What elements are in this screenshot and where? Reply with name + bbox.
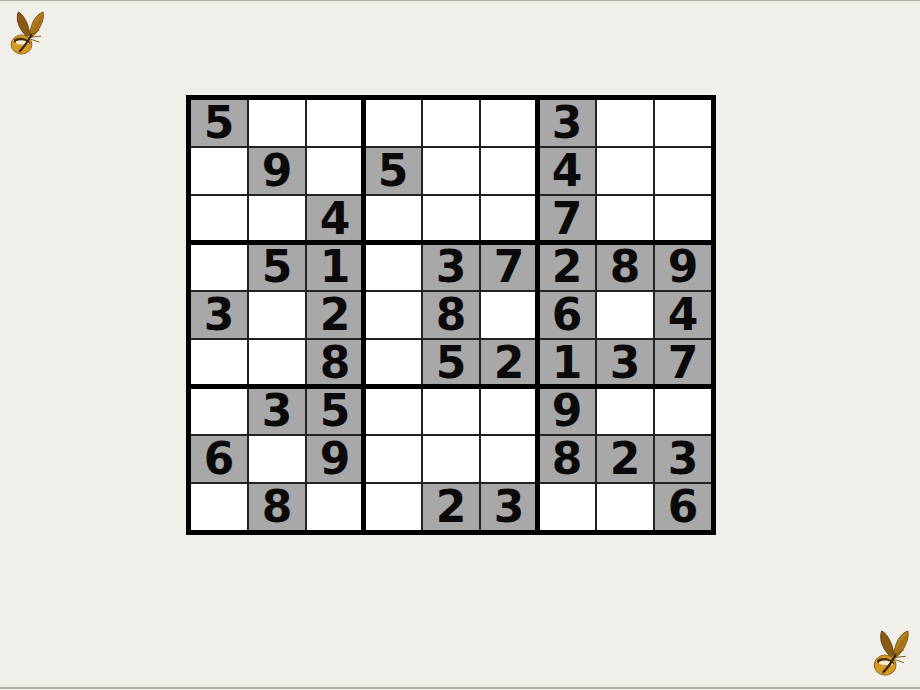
- cell-r9c1[interactable]: [191, 484, 247, 530]
- slide-top-edge: [0, 0, 920, 1]
- cell-r8c4[interactable]: [365, 436, 421, 482]
- cell-r1c2[interactable]: [249, 100, 305, 146]
- cell-r3c8[interactable]: [597, 196, 653, 242]
- cell-r4c9[interactable]: 9: [655, 244, 711, 290]
- cell-r1c9[interactable]: [655, 100, 711, 146]
- block-separator-vertical-1: [361, 100, 366, 530]
- cell-r9c4[interactable]: [365, 484, 421, 530]
- cell-r7c1[interactable]: [191, 388, 247, 434]
- cell-r8c3[interactable]: 9: [307, 436, 363, 482]
- cell-r4c3[interactable]: 1: [307, 244, 363, 290]
- butterfly-icon-bottom-right: [872, 626, 914, 678]
- cell-r3c5[interactable]: [423, 196, 479, 242]
- cell-r8c2[interactable]: [249, 436, 305, 482]
- cell-r6c7[interactable]: 1: [539, 340, 595, 386]
- sudoku-board-grid: 5395447513728932864852137359698238236: [191, 100, 711, 530]
- cell-r2c6[interactable]: [481, 148, 537, 194]
- cell-r7c2[interactable]: 3: [249, 388, 305, 434]
- cell-r1c5[interactable]: [423, 100, 479, 146]
- cell-r2c9[interactable]: [655, 148, 711, 194]
- cell-r2c8[interactable]: [597, 148, 653, 194]
- cell-r7c5[interactable]: [423, 388, 479, 434]
- cell-r7c3[interactable]: 5: [307, 388, 363, 434]
- cell-r8c1[interactable]: 6: [191, 436, 247, 482]
- cell-r5c6[interactable]: [481, 292, 537, 338]
- cell-r2c5[interactable]: [423, 148, 479, 194]
- cell-r4c7[interactable]: 2: [539, 244, 595, 290]
- cell-r6c9[interactable]: 7: [655, 340, 711, 386]
- cell-r7c9[interactable]: [655, 388, 711, 434]
- cell-r1c6[interactable]: [481, 100, 537, 146]
- cell-r1c7[interactable]: 3: [539, 100, 595, 146]
- cell-r5c5[interactable]: 8: [423, 292, 479, 338]
- block-separator-horizontal-2: [191, 384, 711, 389]
- cell-r5c4[interactable]: [365, 292, 421, 338]
- cell-r6c3[interactable]: 8: [307, 340, 363, 386]
- cell-r6c6[interactable]: 2: [481, 340, 537, 386]
- cell-r1c1[interactable]: 5: [191, 100, 247, 146]
- cell-r9c7[interactable]: [539, 484, 595, 530]
- cell-r8c9[interactable]: 3: [655, 436, 711, 482]
- cell-r6c2[interactable]: [249, 340, 305, 386]
- block-separator-horizontal-1: [191, 240, 711, 245]
- slide-bottom-edge: [0, 687, 920, 689]
- cell-r8c6[interactable]: [481, 436, 537, 482]
- cell-r2c4[interactable]: 5: [365, 148, 421, 194]
- butterfly-icon-top-left: [9, 8, 49, 56]
- cell-r8c5[interactable]: [423, 436, 479, 482]
- cell-r6c4[interactable]: [365, 340, 421, 386]
- cell-r3c1[interactable]: [191, 196, 247, 242]
- cell-r7c4[interactable]: [365, 388, 421, 434]
- cell-r5c1[interactable]: 3: [191, 292, 247, 338]
- cell-r3c4[interactable]: [365, 196, 421, 242]
- cell-r7c7[interactable]: 9: [539, 388, 595, 434]
- cell-r2c1[interactable]: [191, 148, 247, 194]
- cell-r6c5[interactable]: 5: [423, 340, 479, 386]
- cell-r6c1[interactable]: [191, 340, 247, 386]
- cell-r9c5[interactable]: 2: [423, 484, 479, 530]
- cell-r7c8[interactable]: [597, 388, 653, 434]
- cell-r5c9[interactable]: 4: [655, 292, 711, 338]
- cell-r6c8[interactable]: 3: [597, 340, 653, 386]
- cell-r4c6[interactable]: 7: [481, 244, 537, 290]
- cell-r4c1[interactable]: [191, 244, 247, 290]
- cell-r7c6[interactable]: [481, 388, 537, 434]
- cell-r4c8[interactable]: 8: [597, 244, 653, 290]
- cell-r9c8[interactable]: [597, 484, 653, 530]
- cell-r3c6[interactable]: [481, 196, 537, 242]
- cell-r3c9[interactable]: [655, 196, 711, 242]
- cell-r8c8[interactable]: 2: [597, 436, 653, 482]
- cell-r5c3[interactable]: 2: [307, 292, 363, 338]
- cell-r3c3[interactable]: 4: [307, 196, 363, 242]
- cell-r1c4[interactable]: [365, 100, 421, 146]
- cell-r1c3[interactable]: [307, 100, 363, 146]
- cell-r3c2[interactable]: [249, 196, 305, 242]
- sudoku-board: 5395447513728932864852137359698238236: [186, 95, 716, 535]
- cell-r4c4[interactable]: [365, 244, 421, 290]
- cell-r9c9[interactable]: 6: [655, 484, 711, 530]
- cell-r2c3[interactable]: [307, 148, 363, 194]
- cell-r2c2[interactable]: 9: [249, 148, 305, 194]
- cell-r5c8[interactable]: [597, 292, 653, 338]
- block-separator-vertical-2: [535, 100, 540, 530]
- cell-r5c2[interactable]: [249, 292, 305, 338]
- cell-r9c3[interactable]: [307, 484, 363, 530]
- cell-r4c2[interactable]: 5: [249, 244, 305, 290]
- cell-r4c5[interactable]: 3: [423, 244, 479, 290]
- cell-r3c7[interactable]: 7: [539, 196, 595, 242]
- cell-r1c8[interactable]: [597, 100, 653, 146]
- cell-r5c7[interactable]: 6: [539, 292, 595, 338]
- cell-r8c7[interactable]: 8: [539, 436, 595, 482]
- cell-r9c2[interactable]: 8: [249, 484, 305, 530]
- cell-r9c6[interactable]: 3: [481, 484, 537, 530]
- cell-r2c7[interactable]: 4: [539, 148, 595, 194]
